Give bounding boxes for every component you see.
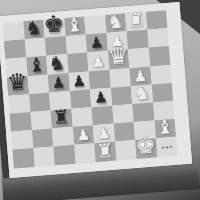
square-d6[interactable] bbox=[67, 53, 89, 73]
piece-black-pawn-d5[interactable]: ♟ bbox=[72, 73, 87, 89]
square-f5[interactable] bbox=[109, 68, 131, 88]
square-h5[interactable] bbox=[150, 65, 172, 85]
piece-white-pawn-d2[interactable]: ♟ bbox=[76, 128, 91, 144]
board-maker-logo: ✦✦✦ bbox=[156, 137, 178, 157]
square-a5[interactable]: ♛ bbox=[7, 76, 29, 96]
piece-black-rook-c3[interactable]: ♜ bbox=[52, 107, 70, 127]
square-e5[interactable] bbox=[89, 69, 111, 89]
square-a1[interactable] bbox=[12, 148, 34, 168]
square-a3[interactable] bbox=[10, 112, 32, 132]
square-b4[interactable] bbox=[29, 92, 51, 112]
square-g7[interactable] bbox=[127, 30, 149, 50]
square-f2[interactable] bbox=[113, 122, 135, 142]
square-f1[interactable] bbox=[115, 140, 137, 160]
square-h7[interactable] bbox=[147, 28, 169, 48]
piece-white-knight-g4[interactable]: ♞ bbox=[132, 83, 150, 103]
piece-white-knight-f8[interactable]: ♞ bbox=[106, 12, 124, 32]
piece-black-pawn-e7[interactable]: ♟ bbox=[89, 36, 104, 52]
square-e4[interactable]: ♟ bbox=[90, 87, 112, 107]
square-e3[interactable] bbox=[91, 106, 113, 126]
square-a7[interactable] bbox=[4, 40, 26, 60]
square-b8[interactable]: ♞ bbox=[23, 20, 45, 40]
square-e1[interactable]: ♜ bbox=[94, 142, 116, 162]
square-b1[interactable] bbox=[33, 147, 55, 167]
square-g1[interactable]: ♚ bbox=[135, 139, 157, 159]
square-e7[interactable]: ♟ bbox=[86, 33, 108, 53]
square-b6[interactable]: ♝ bbox=[26, 56, 48, 76]
square-d4[interactable] bbox=[69, 89, 91, 109]
square-c5[interactable]: ♟ bbox=[48, 73, 70, 93]
piece-white-king-g1[interactable]: ♚ bbox=[135, 133, 157, 158]
square-e8[interactable] bbox=[84, 15, 106, 35]
square-g8[interactable]: ♜ bbox=[125, 12, 147, 32]
square-g4[interactable]: ♞ bbox=[131, 84, 153, 104]
piece-black-knight-c6[interactable]: ♞ bbox=[48, 53, 66, 73]
piece-black-knight-b8[interactable]: ♞ bbox=[24, 18, 42, 38]
piece-white-bishop-d8[interactable]: ♝ bbox=[65, 15, 83, 35]
square-h6[interactable] bbox=[148, 46, 170, 66]
square-b3[interactable] bbox=[30, 110, 52, 130]
piece-black-pawn-e4[interactable]: ♟ bbox=[94, 90, 109, 106]
square-d3[interactable] bbox=[71, 107, 93, 127]
piece-white-queen-f6[interactable]: ♛ bbox=[107, 44, 129, 69]
square-h2[interactable]: ♝ bbox=[154, 119, 176, 139]
square-a4[interactable] bbox=[8, 94, 30, 114]
chess-board: ♞♚♝♞♜♟♟♝♞♟♛♛♟♟♟♟♞♜♟♟♝♜♚✦✦✦ bbox=[0, 2, 192, 177]
piece-black-queen-a5[interactable]: ♛ bbox=[6, 70, 28, 95]
square-b5[interactable] bbox=[27, 74, 49, 94]
square-a2[interactable] bbox=[11, 130, 33, 150]
square-c1[interactable] bbox=[53, 145, 75, 165]
square-a8[interactable] bbox=[2, 21, 24, 41]
square-d1[interactable] bbox=[74, 144, 96, 164]
square-h4[interactable] bbox=[151, 83, 173, 103]
square-c6[interactable]: ♞ bbox=[46, 54, 68, 74]
square-c3[interactable]: ♜ bbox=[50, 109, 72, 129]
square-c8[interactable]: ♚ bbox=[43, 18, 65, 38]
piece-black-pawn-c5[interactable]: ♟ bbox=[51, 75, 66, 91]
square-b2[interactable] bbox=[31, 129, 53, 149]
square-d7[interactable] bbox=[65, 35, 87, 55]
square-h1[interactable]: ✦✦✦ bbox=[156, 137, 178, 157]
square-g6[interactable] bbox=[128, 48, 150, 68]
square-h8[interactable] bbox=[146, 10, 168, 30]
square-f8[interactable]: ♞ bbox=[105, 13, 127, 33]
piece-white-bishop-h2[interactable]: ♝ bbox=[156, 117, 174, 137]
piece-black-bishop-b6[interactable]: ♝ bbox=[27, 54, 45, 74]
square-g3[interactable] bbox=[132, 102, 154, 122]
square-e6[interactable]: ♟ bbox=[87, 51, 109, 71]
square-d2[interactable]: ♟ bbox=[72, 125, 94, 145]
chess-photo-scene: ♞♚♝♞♜♟♟♝♞♟♛♛♟♟♟♟♞♜♟♟♝♜♚✦✦✦ bbox=[0, 0, 200, 200]
piece-white-rook-e1[interactable]: ♜ bbox=[96, 140, 114, 160]
square-f6[interactable]: ♛ bbox=[108, 50, 130, 70]
piece-black-king-c8[interactable]: ♚ bbox=[43, 12, 65, 37]
board-grid: ♞♚♝♞♜♟♟♝♞♟♛♛♟♟♟♟♞♜♟♟♝♜♚✦✦✦ bbox=[2, 10, 177, 168]
square-d5[interactable]: ♟ bbox=[68, 71, 90, 91]
square-f3[interactable] bbox=[112, 104, 134, 124]
piece-white-rook-g8[interactable]: ♜ bbox=[127, 10, 145, 30]
piece-white-pawn-e6[interactable]: ♟ bbox=[91, 54, 106, 70]
square-c2[interactable] bbox=[52, 127, 74, 147]
square-f4[interactable] bbox=[110, 86, 132, 106]
square-d8[interactable]: ♝ bbox=[64, 17, 86, 37]
board-frame: ♞♚♝♞♜♟♟♝♞♟♛♛♟♟♟♟♞♜♟♟♝♜♚✦✦✦ bbox=[0, 2, 192, 177]
